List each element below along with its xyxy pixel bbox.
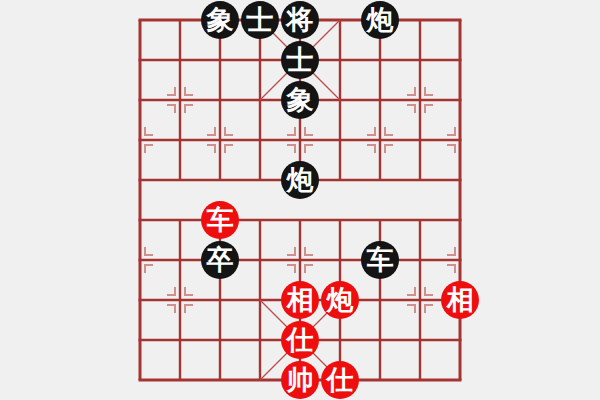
piece-red-cannon-f3[interactable]: 炮 <box>321 281 359 319</box>
pieces-layer: 象士将炮士象炮车卒车相炮相仕帅仕 <box>120 0 480 400</box>
piece-black-cannon-g10[interactable]: 炮 <box>361 1 399 39</box>
piece-black-cannon-e6[interactable]: 炮 <box>281 161 319 199</box>
piece-red-chariot-c5[interactable]: 车 <box>201 201 239 239</box>
board-canvas: 象士将炮士象炮车卒车相炮相仕帅仕 <box>0 0 600 400</box>
piece-red-elephant-e3[interactable]: 相 <box>281 281 319 319</box>
piece-red-advisor-f1[interactable]: 仕 <box>321 361 359 399</box>
piece-black-soldier-c4[interactable]: 卒 <box>201 241 239 279</box>
piece-red-elephant-i3[interactable]: 相 <box>441 281 479 319</box>
piece-red-general-e1[interactable]: 帅 <box>281 361 319 399</box>
piece-black-advisor-d10[interactable]: 士 <box>241 1 279 39</box>
piece-black-advisor-e9[interactable]: 士 <box>281 41 319 79</box>
piece-red-advisor-e2[interactable]: 仕 <box>281 321 319 359</box>
piece-black-elephant-e8[interactable]: 象 <box>281 81 319 119</box>
piece-black-elephant-c10[interactable]: 象 <box>201 1 239 39</box>
piece-black-chariot-g4[interactable]: 车 <box>361 241 399 279</box>
piece-black-general-e10[interactable]: 将 <box>281 1 319 39</box>
